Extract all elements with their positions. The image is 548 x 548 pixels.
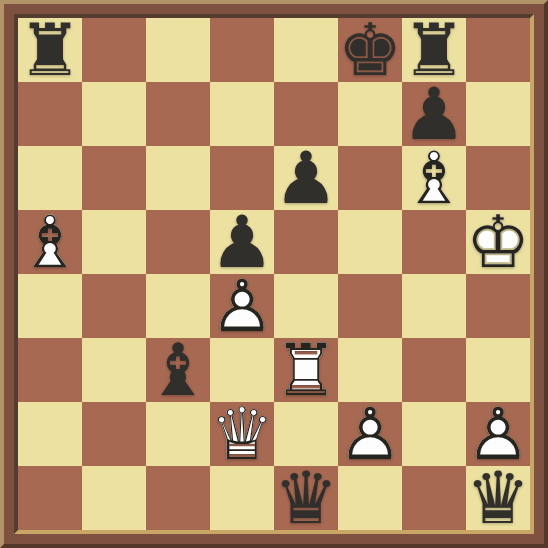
white-rook-icon[interactable]: ♜♖ [274, 338, 338, 402]
square-h8[interactable] [466, 18, 530, 82]
white-pawn-outline-glyph: ♙ [210, 274, 274, 338]
white-king-icon[interactable]: ♚♔ [466, 210, 530, 274]
white-pawn-icon[interactable]: ♟♙ [210, 274, 274, 338]
square-d4[interactable]: ♟♙ [210, 274, 274, 338]
square-b4[interactable] [82, 274, 146, 338]
square-c2[interactable] [146, 402, 210, 466]
square-e6[interactable]: ♟ [274, 146, 338, 210]
square-g4[interactable] [402, 274, 466, 338]
black-pawn-glyph: ♟ [274, 146, 338, 210]
square-f1[interactable] [338, 466, 402, 530]
square-f2[interactable]: ♟♙ [338, 402, 402, 466]
square-g2[interactable] [402, 402, 466, 466]
white-bishop-icon[interactable]: ♝♗ [402, 146, 466, 210]
square-c7[interactable] [146, 82, 210, 146]
square-g5[interactable] [402, 210, 466, 274]
square-f7[interactable] [338, 82, 402, 146]
black-king-icon[interactable]: ♚ [338, 18, 402, 82]
square-g1[interactable] [402, 466, 466, 530]
white-pawn-icon[interactable]: ♟♙ [338, 402, 402, 466]
square-d8[interactable] [210, 18, 274, 82]
square-a2[interactable] [18, 402, 82, 466]
chess-board[interactable]: ♜♚♜♟♟♝♗♝♗♟♚♔♟♙♝♜♖♛♕♟♙♟♙♛♛ [18, 18, 530, 530]
square-e3[interactable]: ♜♖ [274, 338, 338, 402]
square-a3[interactable] [18, 338, 82, 402]
square-b8[interactable] [82, 18, 146, 82]
square-b7[interactable] [82, 82, 146, 146]
black-pawn-icon[interactable]: ♟ [274, 146, 338, 210]
square-h4[interactable] [466, 274, 530, 338]
square-f6[interactable] [338, 146, 402, 210]
white-rook-outline-glyph: ♖ [274, 338, 338, 402]
black-queen-glyph: ♛ [274, 466, 338, 530]
square-b3[interactable] [82, 338, 146, 402]
square-b1[interactable] [82, 466, 146, 530]
square-h7[interactable] [466, 82, 530, 146]
white-pawn-outline-glyph: ♙ [338, 402, 402, 466]
square-b5[interactable] [82, 210, 146, 274]
white-king-outline-glyph: ♔ [466, 210, 530, 274]
square-f4[interactable] [338, 274, 402, 338]
square-e1[interactable]: ♛ [274, 466, 338, 530]
black-queen-glyph: ♛ [466, 466, 530, 530]
white-bishop-icon[interactable]: ♝♗ [18, 210, 82, 274]
square-e5[interactable] [274, 210, 338, 274]
black-queen-icon[interactable]: ♛ [466, 466, 530, 530]
square-a4[interactable] [18, 274, 82, 338]
square-g6[interactable]: ♝♗ [402, 146, 466, 210]
square-d7[interactable] [210, 82, 274, 146]
square-f8[interactable]: ♚ [338, 18, 402, 82]
square-d2[interactable]: ♛♕ [210, 402, 274, 466]
black-queen-icon[interactable]: ♛ [274, 466, 338, 530]
board-frame-inner-trim: ♜♚♜♟♟♝♗♝♗♟♚♔♟♙♝♜♖♛♕♟♙♟♙♛♛ [14, 14, 534, 534]
square-a5[interactable]: ♝♗ [18, 210, 82, 274]
square-c1[interactable] [146, 466, 210, 530]
square-b2[interactable] [82, 402, 146, 466]
square-g3[interactable] [402, 338, 466, 402]
white-bishop-outline-glyph: ♗ [402, 146, 466, 210]
board-frame: ♜♚♜♟♟♝♗♝♗♟♚♔♟♙♝♜♖♛♕♟♙♟♙♛♛ [0, 0, 548, 548]
white-queen-outline-glyph: ♕ [210, 402, 274, 466]
black-rook-icon[interactable]: ♜ [18, 18, 82, 82]
square-c6[interactable] [146, 146, 210, 210]
square-a8[interactable]: ♜ [18, 18, 82, 82]
square-e8[interactable] [274, 18, 338, 82]
square-a7[interactable] [18, 82, 82, 146]
square-h5[interactable]: ♚♔ [466, 210, 530, 274]
black-bishop-icon[interactable]: ♝ [146, 338, 210, 402]
white-queen-icon[interactable]: ♛♕ [210, 402, 274, 466]
black-rook-glyph: ♜ [18, 18, 82, 82]
square-d1[interactable] [210, 466, 274, 530]
square-f5[interactable] [338, 210, 402, 274]
black-bishop-glyph: ♝ [146, 338, 210, 402]
square-c3[interactable]: ♝ [146, 338, 210, 402]
square-c5[interactable] [146, 210, 210, 274]
white-bishop-outline-glyph: ♗ [18, 210, 82, 274]
black-king-glyph: ♚ [338, 18, 402, 82]
square-a1[interactable] [18, 466, 82, 530]
square-b6[interactable] [82, 146, 146, 210]
square-h1[interactable]: ♛ [466, 466, 530, 530]
square-c8[interactable] [146, 18, 210, 82]
